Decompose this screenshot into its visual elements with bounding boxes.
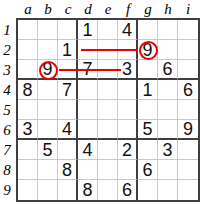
cell-g5[interactable] bbox=[138, 100, 158, 120]
cell-g4[interactable]: 1 bbox=[138, 80, 158, 100]
column-label-i: i bbox=[178, 0, 198, 18]
cell-b6[interactable] bbox=[38, 120, 58, 140]
column-labels: abcdefghi bbox=[18, 0, 198, 18]
cell-b8[interactable] bbox=[38, 160, 58, 180]
row-label-9: 9 bbox=[0, 180, 16, 200]
cell-a9[interactable] bbox=[18, 180, 38, 200]
cell-b3[interactable]: 9 bbox=[38, 60, 58, 80]
cell-d6[interactable] bbox=[78, 120, 98, 140]
sudoku-grid: 141997368716345954238686 bbox=[16, 18, 200, 202]
column-label-a: a bbox=[18, 0, 38, 18]
cell-i6[interactable]: 9 bbox=[178, 120, 198, 140]
cell-h5[interactable] bbox=[158, 100, 178, 120]
row-label-5: 5 bbox=[0, 100, 16, 120]
cell-b2[interactable] bbox=[38, 40, 58, 60]
cell-d7[interactable]: 4 bbox=[78, 140, 98, 160]
cell-c5[interactable] bbox=[58, 100, 78, 120]
cell-g9[interactable] bbox=[138, 180, 158, 200]
cell-c9[interactable] bbox=[58, 180, 78, 200]
cell-d9[interactable]: 8 bbox=[78, 180, 98, 200]
cell-e8[interactable] bbox=[98, 160, 118, 180]
row-labels: 123456789 bbox=[0, 20, 16, 200]
column-label-d: d bbox=[78, 0, 98, 18]
cell-d4[interactable] bbox=[78, 80, 98, 100]
cell-f8[interactable] bbox=[118, 160, 138, 180]
cell-g1[interactable] bbox=[138, 20, 158, 40]
cell-c4[interactable]: 7 bbox=[58, 80, 78, 100]
cell-b1[interactable] bbox=[38, 20, 58, 40]
cell-h6[interactable] bbox=[158, 120, 178, 140]
cell-f4[interactable] bbox=[118, 80, 138, 100]
column-label-f: f bbox=[118, 0, 138, 18]
cell-e4[interactable] bbox=[98, 80, 118, 100]
cell-e5[interactable] bbox=[98, 100, 118, 120]
cell-i9[interactable] bbox=[178, 180, 198, 200]
column-label-h: h bbox=[158, 0, 178, 18]
cell-g6[interactable]: 5 bbox=[138, 120, 158, 140]
cell-f2[interactable] bbox=[118, 40, 138, 60]
cell-a6[interactable]: 3 bbox=[18, 120, 38, 140]
cell-a1[interactable] bbox=[18, 20, 38, 40]
column-label-c: c bbox=[58, 0, 78, 18]
cell-a4[interactable]: 8 bbox=[18, 80, 38, 100]
cell-a7[interactable] bbox=[18, 140, 38, 160]
cell-e9[interactable] bbox=[98, 180, 118, 200]
row-label-1: 1 bbox=[0, 20, 16, 40]
cell-d2[interactable] bbox=[78, 40, 98, 60]
cell-g8[interactable]: 6 bbox=[138, 160, 158, 180]
cell-i1[interactable] bbox=[178, 20, 198, 40]
cell-c6[interactable]: 4 bbox=[58, 120, 78, 140]
cell-a2[interactable] bbox=[18, 40, 38, 60]
sudoku-board: abcdefghi 123456789 14199736871634595423… bbox=[0, 0, 200, 205]
cell-a8[interactable] bbox=[18, 160, 38, 180]
cell-c1[interactable] bbox=[58, 20, 78, 40]
row-label-7: 7 bbox=[0, 140, 16, 160]
cell-e2[interactable] bbox=[98, 40, 118, 60]
cell-d3[interactable]: 7 bbox=[78, 60, 98, 80]
cell-c8[interactable]: 8 bbox=[58, 160, 78, 180]
cell-h3[interactable]: 6 bbox=[158, 60, 178, 80]
row-label-3: 3 bbox=[0, 60, 16, 80]
cell-i3[interactable] bbox=[178, 60, 198, 80]
cell-h2[interactable] bbox=[158, 40, 178, 60]
column-label-b: b bbox=[38, 0, 58, 18]
cell-i2[interactable] bbox=[178, 40, 198, 60]
cell-g2[interactable]: 9 bbox=[138, 40, 158, 60]
cell-e3[interactable] bbox=[98, 60, 118, 80]
cell-i8[interactable] bbox=[178, 160, 198, 180]
cell-b5[interactable] bbox=[38, 100, 58, 120]
cell-h4[interactable] bbox=[158, 80, 178, 100]
cell-d5[interactable] bbox=[78, 100, 98, 120]
cell-f6[interactable] bbox=[118, 120, 138, 140]
cell-f9[interactable]: 6 bbox=[118, 180, 138, 200]
cell-e7[interactable] bbox=[98, 140, 118, 160]
cell-a5[interactable] bbox=[18, 100, 38, 120]
row-label-4: 4 bbox=[0, 80, 16, 100]
cell-i7[interactable] bbox=[178, 140, 198, 160]
cell-h9[interactable] bbox=[158, 180, 178, 200]
cell-f3[interactable]: 3 bbox=[118, 60, 138, 80]
cell-f5[interactable] bbox=[118, 100, 138, 120]
cell-b9[interactable] bbox=[38, 180, 58, 200]
cell-i4[interactable]: 6 bbox=[178, 80, 198, 100]
cell-d8[interactable] bbox=[78, 160, 98, 180]
cell-b4[interactable] bbox=[38, 80, 58, 100]
cell-a3[interactable] bbox=[18, 60, 38, 80]
cell-g3[interactable] bbox=[138, 60, 158, 80]
cell-c3[interactable] bbox=[58, 60, 78, 80]
column-label-g: g bbox=[138, 0, 158, 18]
cell-h1[interactable] bbox=[158, 20, 178, 40]
cell-c7[interactable] bbox=[58, 140, 78, 160]
row-label-2: 2 bbox=[0, 40, 16, 60]
cell-h8[interactable] bbox=[158, 160, 178, 180]
column-label-e: e bbox=[98, 0, 118, 18]
cell-c2[interactable]: 1 bbox=[58, 40, 78, 60]
cell-e1[interactable] bbox=[98, 20, 118, 40]
cell-h7[interactable]: 3 bbox=[158, 140, 178, 160]
cell-f7[interactable]: 2 bbox=[118, 140, 138, 160]
cell-g7[interactable] bbox=[138, 140, 158, 160]
cell-b7[interactable]: 5 bbox=[38, 140, 58, 160]
cell-e6[interactable] bbox=[98, 120, 118, 140]
cell-f1[interactable]: 4 bbox=[118, 20, 138, 40]
row-label-6: 6 bbox=[0, 120, 16, 140]
cell-i5[interactable] bbox=[178, 100, 198, 120]
cell-d1[interactable]: 1 bbox=[78, 20, 98, 40]
row-label-8: 8 bbox=[0, 160, 16, 180]
